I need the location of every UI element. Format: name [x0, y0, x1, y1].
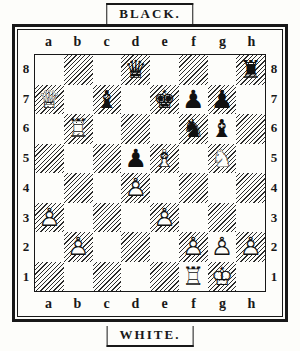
board-inner-frame: abcdefgh 87654321 ♛♜♛♕♝♚♟♟♜♖♞♝♟♝♗♞♘♟♙♟♙♟… — [17, 29, 283, 317]
board: ♛♜♛♕♝♚♟♟♜♖♞♝♟♝♗♞♘♟♙♟♙♟♙♟♙♟♙♟♙♟♙♜♖♚♔ — [34, 54, 266, 292]
piece-white-pawn-b2: ♙ — [64, 232, 93, 262]
square-e1 — [150, 262, 179, 292]
piece-white-rook-b6: ♖ — [64, 114, 93, 144]
piece-fill-backing: ♟ — [208, 232, 237, 262]
square-e2 — [150, 232, 179, 262]
board-frame: abcdefgh 87654321 ♛♜♛♕♝♚♟♟♜♖♞♝♟♝♗♞♘♟♙♟♙♟… — [12, 24, 288, 322]
square-g2: ♟♙ — [208, 232, 237, 262]
rank-label-left-1: 1 — [23, 269, 30, 285]
rank-label-left-6: 6 — [23, 120, 30, 136]
file-labels-bottom: abcdefgh — [34, 292, 266, 316]
square-e3: ♟♙ — [150, 203, 179, 233]
rank-label-right-5: 5 — [271, 150, 278, 166]
file-label-bottom-b: b — [63, 296, 92, 312]
rank-label-left-5: 5 — [23, 150, 30, 166]
piece-fill-backing: ♝ — [150, 144, 179, 174]
square-h2: ♟♙ — [236, 232, 265, 262]
piece-fill-backing: ♜ — [179, 262, 208, 292]
square-b4 — [64, 173, 93, 203]
square-f5 — [179, 144, 208, 174]
piece-black-king-e7: ♚ — [150, 85, 179, 115]
square-c2 — [93, 232, 122, 262]
piece-black-pawn-g7: ♟ — [208, 85, 237, 115]
square-c1 — [93, 262, 122, 292]
rank-label-right-4: 4 — [271, 180, 278, 196]
file-label-top-e: e — [150, 34, 179, 50]
square-a6 — [35, 114, 64, 144]
piece-black-pawn-d5: ♟ — [121, 144, 150, 174]
file-label-top-d: d — [121, 34, 150, 50]
rank-label-right-3: 3 — [271, 210, 278, 226]
piece-fill-backing: ♟ — [121, 173, 150, 203]
square-f1: ♜♖ — [179, 262, 208, 292]
piece-black-bishop-g6: ♝ — [208, 114, 237, 144]
square-h7 — [236, 85, 265, 115]
square-h3 — [236, 203, 265, 233]
square-d5: ♟ — [121, 144, 150, 174]
square-d2 — [121, 232, 150, 262]
rank-label-right-2: 2 — [271, 239, 278, 255]
square-d8: ♛ — [121, 55, 150, 85]
file-label-bottom-g: g — [208, 296, 237, 312]
square-b2: ♟♙ — [64, 232, 93, 262]
rank-labels-left: 87654321 — [18, 54, 34, 292]
square-e6 — [150, 114, 179, 144]
square-a7: ♛♕ — [35, 85, 64, 115]
piece-black-pawn-f7: ♟ — [179, 85, 208, 115]
file-label-bottom-e: e — [150, 296, 179, 312]
square-d1 — [121, 262, 150, 292]
square-g4 — [208, 173, 237, 203]
square-h6 — [236, 114, 265, 144]
piece-fill-backing: ♟ — [35, 203, 64, 233]
file-label-top-c: c — [92, 34, 121, 50]
rank-label-left-8: 8 — [23, 61, 30, 77]
square-g3 — [208, 203, 237, 233]
piece-white-pawn-e3: ♙ — [150, 203, 179, 233]
square-g7: ♟ — [208, 85, 237, 115]
square-d3 — [121, 203, 150, 233]
piece-white-king-g1: ♔ — [208, 262, 237, 292]
square-b5 — [64, 144, 93, 174]
square-a1 — [35, 262, 64, 292]
square-a3: ♟♙ — [35, 203, 64, 233]
piece-fill-backing: ♚ — [208, 262, 237, 292]
square-a5 — [35, 144, 64, 174]
rank-label-right-6: 6 — [271, 120, 278, 136]
rank-label-left-4: 4 — [23, 180, 30, 196]
square-a2 — [35, 232, 64, 262]
file-label-bottom-f: f — [179, 296, 208, 312]
square-e5: ♝♗ — [150, 144, 179, 174]
piece-black-knight-f6: ♞ — [179, 114, 208, 144]
square-f7: ♟ — [179, 85, 208, 115]
file-label-bottom-h: h — [237, 296, 266, 312]
file-label-top-a: a — [34, 34, 63, 50]
square-a8 — [35, 55, 64, 85]
file-label-top-f: f — [179, 34, 208, 50]
white-side-label: WHITE. — [107, 326, 194, 347]
piece-black-queen-d8: ♛ — [121, 55, 150, 85]
square-f8 — [179, 55, 208, 85]
square-d7 — [121, 85, 150, 115]
square-e7: ♚ — [150, 85, 179, 115]
square-g1: ♚♔ — [208, 262, 237, 292]
square-c8 — [93, 55, 122, 85]
square-c7: ♝ — [93, 85, 122, 115]
square-c3 — [93, 203, 122, 233]
square-b1 — [64, 262, 93, 292]
piece-white-pawn-h2: ♙ — [236, 232, 265, 262]
piece-black-rook-h8: ♜ — [236, 55, 265, 85]
page: BLACK. abcdefgh 87654321 ♛♜♛♕♝♚♟♟♜♖♞♝♟♝♗… — [0, 0, 300, 351]
piece-white-queen-a7: ♕ — [35, 85, 64, 115]
piece-fill-backing: ♞ — [208, 144, 237, 174]
rank-label-right-8: 8 — [271, 61, 278, 77]
square-f3 — [179, 203, 208, 233]
square-h5 — [236, 144, 265, 174]
file-label-bottom-a: a — [34, 296, 63, 312]
piece-white-pawn-d4: ♙ — [121, 173, 150, 203]
piece-fill-backing: ♛ — [35, 85, 64, 115]
rank-label-right-7: 7 — [271, 91, 278, 107]
piece-white-pawn-f2: ♙ — [179, 232, 208, 262]
file-label-bottom-d: d — [121, 296, 150, 312]
rank-label-left-7: 7 — [23, 91, 30, 107]
square-g6: ♝ — [208, 114, 237, 144]
file-label-top-b: b — [63, 34, 92, 50]
square-d4: ♟♙ — [121, 173, 150, 203]
square-h4 — [236, 173, 265, 203]
piece-white-pawn-a3: ♙ — [35, 203, 64, 233]
square-b7 — [64, 85, 93, 115]
square-f4 — [179, 173, 208, 203]
square-c5 — [93, 144, 122, 174]
square-g5: ♞♘ — [208, 144, 237, 174]
piece-white-bishop-e5: ♗ — [150, 144, 179, 174]
square-b3 — [64, 203, 93, 233]
piece-fill-backing: ♟ — [150, 203, 179, 233]
piece-fill-backing: ♟ — [179, 232, 208, 262]
piece-black-bishop-c7: ♝ — [93, 85, 122, 115]
square-c4 — [93, 173, 122, 203]
square-f6: ♞ — [179, 114, 208, 144]
piece-white-pawn-g2: ♙ — [208, 232, 237, 262]
square-h1 — [236, 262, 265, 292]
piece-fill-backing: ♟ — [64, 232, 93, 262]
square-c6 — [93, 114, 122, 144]
piece-white-rook-f1: ♖ — [179, 262, 208, 292]
square-b6: ♜♖ — [64, 114, 93, 144]
square-f2: ♟♙ — [179, 232, 208, 262]
rank-label-left-2: 2 — [23, 239, 30, 255]
square-e4 — [150, 173, 179, 203]
black-side-label: BLACK. — [106, 3, 193, 24]
piece-fill-backing: ♜ — [64, 114, 93, 144]
file-labels-top: abcdefgh — [34, 30, 266, 54]
square-b8 — [64, 55, 93, 85]
square-a4 — [35, 173, 64, 203]
rank-labels-right: 87654321 — [266, 54, 282, 292]
file-label-bottom-c: c — [92, 296, 121, 312]
file-label-top-h: h — [237, 34, 266, 50]
square-h8: ♜ — [236, 55, 265, 85]
rank-label-left-3: 3 — [23, 210, 30, 226]
piece-white-knight-g5: ♘ — [208, 144, 237, 174]
rank-label-right-1: 1 — [271, 269, 278, 285]
square-g8 — [208, 55, 237, 85]
square-d6 — [121, 114, 150, 144]
piece-fill-backing: ♟ — [236, 232, 265, 262]
square-e8 — [150, 55, 179, 85]
file-label-top-g: g — [208, 34, 237, 50]
